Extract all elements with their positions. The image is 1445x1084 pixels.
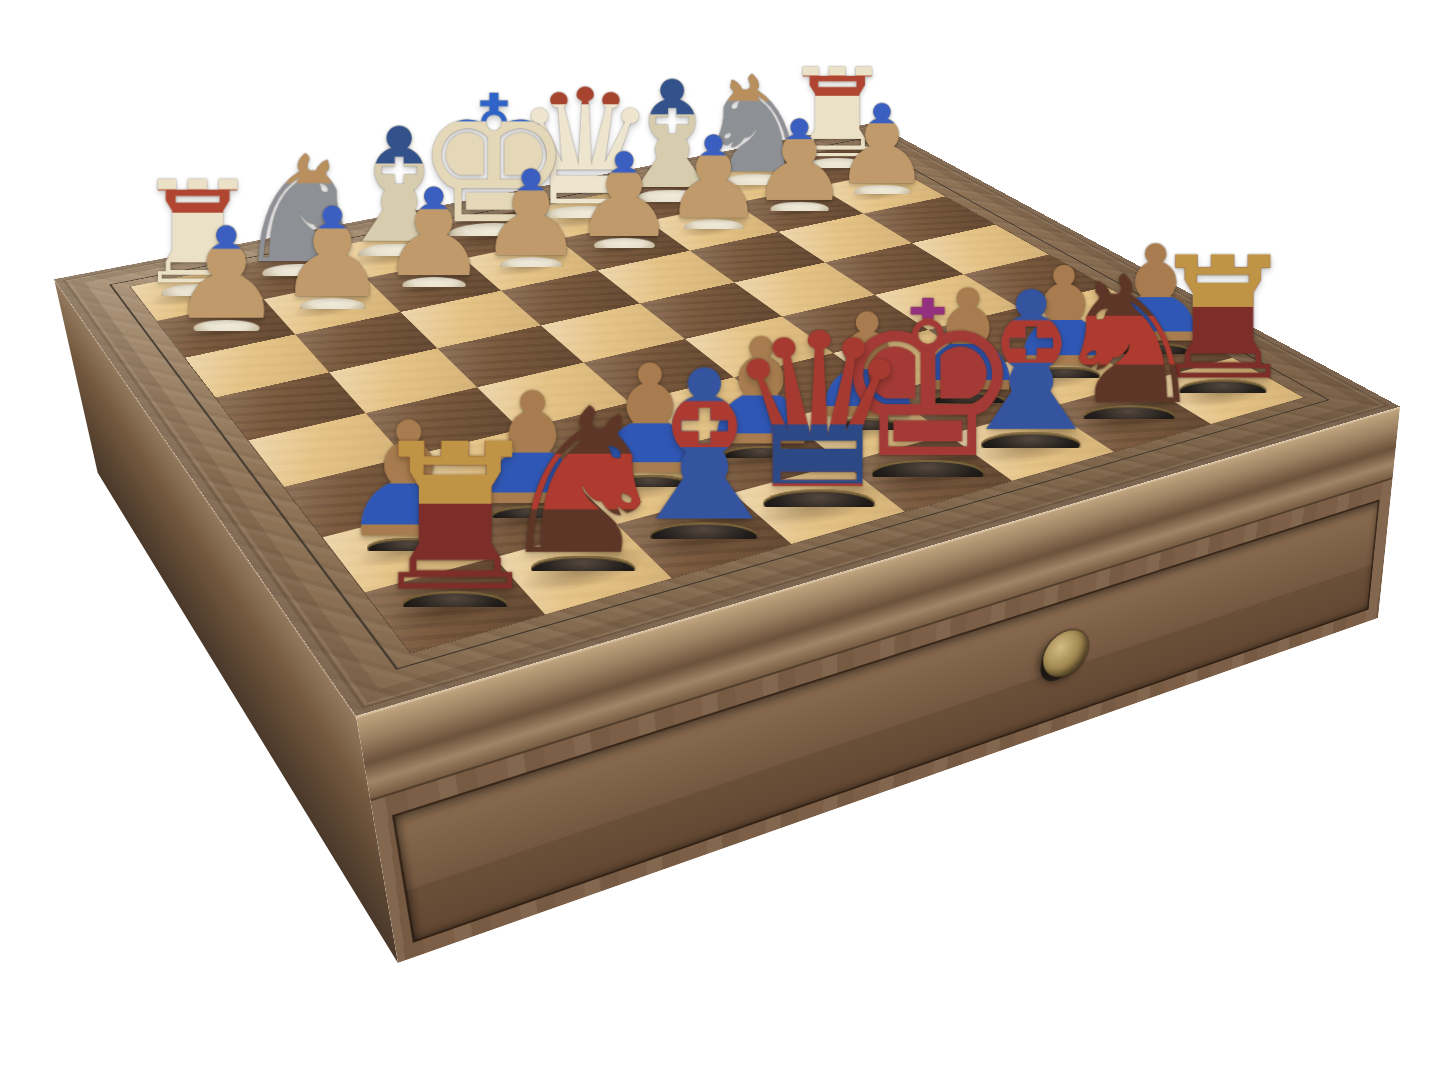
pawn-glyph: ♟♟ (379, 178, 488, 289)
pawn-glyph: ♟♟ (276, 197, 387, 311)
product-photo-scene: ♜♜♞♞♝♝♚♚♛♛♝♝♞♞♜♜♟♟♟♟♟♟♟♟♟♟♟♟♟♟♟♟♟♟♟♟♟♟♟♟… (0, 0, 1445, 1084)
pawn-glyph: ♟♟ (169, 216, 282, 332)
drawer-knob[interactable] (1043, 624, 1089, 683)
pawn-glyph: ♟♟ (662, 126, 764, 231)
square-a1[interactable]: ♜♜ (365, 557, 545, 652)
pawn-glyph: ♟♟ (572, 143, 676, 250)
chess-set-photo: { "game": { "name": "Chess", "set_theme"… (0, 0, 1445, 1084)
pawn-glyph: ♟♟ (477, 160, 583, 269)
square-a7[interactable]: ♟♟ (157, 299, 295, 358)
rook-glyph: ♜♜ (364, 426, 545, 612)
chess-chest: ♜♜♞♞♝♝♚♚♛♛♝♝♞♞♜♜♟♟♟♟♟♟♟♟♟♟♟♟♟♟♟♟♟♟♟♟♟♟♟♟… (54, 123, 1400, 716)
